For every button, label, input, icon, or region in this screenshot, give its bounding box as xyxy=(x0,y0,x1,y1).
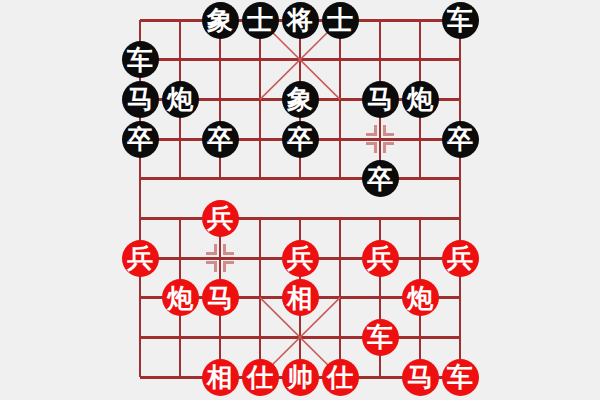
piece-red-soldier[interactable]: 兵 xyxy=(362,240,399,277)
xiangqi-app: 象士将士车车马炮象马炮卒卒卒卒卒兵兵兵兵兵炮马相炮车相仕帅仕马车 xyxy=(0,0,600,400)
piece-black-cannon[interactable]: 炮 xyxy=(162,81,199,118)
piece-black-soldier[interactable]: 卒 xyxy=(122,121,159,158)
pawn-point-marker xyxy=(366,125,394,153)
piece-black-advisor[interactable]: 士 xyxy=(242,2,279,39)
piece-black-elephant[interactable]: 象 xyxy=(202,2,239,39)
piece-red-chariot[interactable]: 车 xyxy=(442,359,479,396)
piece-red-advisor[interactable]: 仕 xyxy=(322,359,359,396)
piece-black-soldier[interactable]: 卒 xyxy=(202,121,239,158)
piece-red-chariot[interactable]: 车 xyxy=(362,319,399,356)
piece-red-elephant[interactable]: 相 xyxy=(202,359,239,396)
piece-black-elephant[interactable]: 象 xyxy=(282,81,319,118)
piece-black-soldier[interactable]: 卒 xyxy=(282,121,319,158)
pawn-point-marker xyxy=(206,244,234,272)
piece-black-advisor[interactable]: 士 xyxy=(322,2,359,39)
piece-black-soldier[interactable]: 卒 xyxy=(362,160,399,197)
piece-black-cannon[interactable]: 炮 xyxy=(402,81,439,118)
piece-red-horse[interactable]: 马 xyxy=(402,359,439,396)
piece-red-advisor[interactable]: 仕 xyxy=(242,359,279,396)
piece-red-soldier[interactable]: 兵 xyxy=(202,200,239,237)
piece-black-horse[interactable]: 马 xyxy=(122,81,159,118)
xiangqi-board[interactable]: 象士将士车车马炮象马炮卒卒卒卒卒兵兵兵兵兵炮马相炮车相仕帅仕马车 xyxy=(0,0,600,400)
piece-black-chariot[interactable]: 车 xyxy=(442,2,479,39)
piece-red-cannon[interactable]: 炮 xyxy=(162,279,199,316)
piece-red-elephant[interactable]: 相 xyxy=(282,279,319,316)
piece-red-soldier[interactable]: 兵 xyxy=(442,240,479,277)
piece-black-general[interactable]: 将 xyxy=(282,2,319,39)
piece-black-horse[interactable]: 马 xyxy=(362,81,399,118)
board-grid-lines xyxy=(0,0,600,400)
piece-red-general[interactable]: 帅 xyxy=(282,359,319,396)
piece-red-soldier[interactable]: 兵 xyxy=(282,240,319,277)
piece-red-horse[interactable]: 马 xyxy=(202,279,239,316)
piece-red-soldier[interactable]: 兵 xyxy=(122,240,159,277)
piece-red-cannon[interactable]: 炮 xyxy=(402,279,439,316)
piece-black-soldier[interactable]: 卒 xyxy=(442,121,479,158)
piece-black-chariot[interactable]: 车 xyxy=(122,41,159,78)
